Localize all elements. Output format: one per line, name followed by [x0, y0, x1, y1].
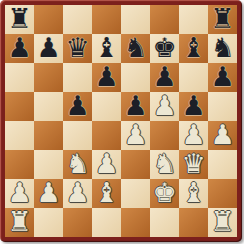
white-pawn-piece[interactable]: ♟: [152, 92, 176, 120]
square-a7[interactable]: ♟: [5, 34, 34, 63]
square-f4[interactable]: [150, 121, 179, 150]
square-c5[interactable]: ♟: [63, 92, 92, 121]
black-bishop-piece[interactable]: ♝: [94, 34, 118, 62]
black-pawn-piece[interactable]: ♟: [94, 63, 118, 91]
white-pawn-piece[interactable]: ♟: [123, 121, 147, 149]
square-a6[interactable]: [5, 63, 34, 92]
square-h1[interactable]: ♜: [208, 208, 237, 237]
square-h2[interactable]: [208, 179, 237, 208]
square-e6[interactable]: [121, 63, 150, 92]
black-knight-piece[interactable]: ♞: [123, 34, 147, 62]
square-e8[interactable]: [121, 5, 150, 34]
square-c4[interactable]: [63, 121, 92, 150]
square-d6[interactable]: ♟: [92, 63, 121, 92]
chessboard: ♜♜♟♟♛♝♞♚♝♞♟♟♟♟♟♟♟♟♟♟♞♟♞♛♟♟♟♝♚♝♜♜: [5, 5, 237, 237]
square-a2[interactable]: ♟: [5, 179, 34, 208]
white-knight-piece[interactable]: ♞: [65, 150, 89, 178]
square-f1[interactable]: [150, 208, 179, 237]
white-pawn-piece[interactable]: ♟: [7, 179, 31, 207]
square-c7[interactable]: ♛: [63, 34, 92, 63]
white-pawn-piece[interactable]: ♟: [94, 150, 118, 178]
square-e4[interactable]: ♟: [121, 121, 150, 150]
white-pawn-piece[interactable]: ♟: [36, 179, 60, 207]
square-b4[interactable]: [34, 121, 63, 150]
black-pawn-piece[interactable]: ♟: [152, 63, 176, 91]
square-e7[interactable]: ♞: [121, 34, 150, 63]
black-bishop-piece[interactable]: ♝: [181, 34, 205, 62]
black-rook-piece[interactable]: ♜: [7, 5, 31, 33]
square-f8[interactable]: [150, 5, 179, 34]
square-c2[interactable]: ♟: [63, 179, 92, 208]
square-b2[interactable]: ♟: [34, 179, 63, 208]
square-a8[interactable]: ♜: [5, 5, 34, 34]
square-c8[interactable]: [63, 5, 92, 34]
white-pawn-piece[interactable]: ♟: [210, 121, 234, 149]
square-a4[interactable]: [5, 121, 34, 150]
chessboard-frame: ♜♜♟♟♛♝♞♚♝♞♟♟♟♟♟♟♟♟♟♟♞♟♞♛♟♟♟♝♚♝♜♜: [0, 0, 242, 242]
square-a3[interactable]: [5, 150, 34, 179]
white-king-piece[interactable]: ♚: [152, 179, 176, 207]
square-g4[interactable]: ♟: [179, 121, 208, 150]
square-b6[interactable]: [34, 63, 63, 92]
square-f6[interactable]: ♟: [150, 63, 179, 92]
white-pawn-piece[interactable]: ♟: [65, 179, 89, 207]
black-knight-piece[interactable]: ♞: [210, 34, 234, 62]
white-bishop-piece[interactable]: ♝: [181, 179, 205, 207]
square-d5[interactable]: [92, 92, 121, 121]
square-h6[interactable]: ♟: [208, 63, 237, 92]
white-bishop-piece[interactable]: ♝: [94, 179, 118, 207]
square-c3[interactable]: ♞: [63, 150, 92, 179]
white-knight-piece[interactable]: ♞: [152, 150, 176, 178]
square-g3[interactable]: ♛: [179, 150, 208, 179]
square-d1[interactable]: [92, 208, 121, 237]
square-b3[interactable]: [34, 150, 63, 179]
square-g8[interactable]: [179, 5, 208, 34]
square-f3[interactable]: ♞: [150, 150, 179, 179]
square-e2[interactable]: [121, 179, 150, 208]
square-h7[interactable]: ♞: [208, 34, 237, 63]
square-f2[interactable]: ♚: [150, 179, 179, 208]
chess-diagram: ♜♜♟♟♛♝♞♚♝♞♟♟♟♟♟♟♟♟♟♟♞♟♞♛♟♟♟♝♚♝♜♜: [0, 0, 244, 244]
square-h3[interactable]: [208, 150, 237, 179]
square-d3[interactable]: ♟: [92, 150, 121, 179]
square-d7[interactable]: ♝: [92, 34, 121, 63]
square-g6[interactable]: [179, 63, 208, 92]
white-rook-piece[interactable]: ♜: [7, 208, 31, 236]
square-g2[interactable]: ♝: [179, 179, 208, 208]
square-h4[interactable]: ♟: [208, 121, 237, 150]
black-pawn-piece[interactable]: ♟: [123, 92, 147, 120]
black-rook-piece[interactable]: ♜: [210, 5, 234, 33]
square-a1[interactable]: ♜: [5, 208, 34, 237]
black-pawn-piece[interactable]: ♟: [65, 92, 89, 120]
black-queen-piece[interactable]: ♛: [65, 34, 89, 62]
square-b7[interactable]: ♟: [34, 34, 63, 63]
square-c1[interactable]: [63, 208, 92, 237]
square-e5[interactable]: ♟: [121, 92, 150, 121]
square-h8[interactable]: ♜: [208, 5, 237, 34]
black-king-piece[interactable]: ♚: [152, 34, 176, 62]
square-h5[interactable]: [208, 92, 237, 121]
square-b1[interactable]: [34, 208, 63, 237]
white-pawn-piece[interactable]: ♟: [181, 121, 205, 149]
square-b5[interactable]: [34, 92, 63, 121]
white-queen-piece[interactable]: ♛: [181, 150, 205, 178]
square-a5[interactable]: [5, 92, 34, 121]
square-d8[interactable]: [92, 5, 121, 34]
square-c6[interactable]: [63, 63, 92, 92]
square-d2[interactable]: ♝: [92, 179, 121, 208]
square-b8[interactable]: [34, 5, 63, 34]
square-f7[interactable]: ♚: [150, 34, 179, 63]
black-pawn-piece[interactable]: ♟: [181, 92, 205, 120]
black-pawn-piece[interactable]: ♟: [36, 34, 60, 62]
black-pawn-piece[interactable]: ♟: [7, 34, 31, 62]
square-f5[interactable]: ♟: [150, 92, 179, 121]
square-e1[interactable]: [121, 208, 150, 237]
square-e3[interactable]: [121, 150, 150, 179]
square-d4[interactable]: [92, 121, 121, 150]
white-rook-piece[interactable]: ♜: [210, 208, 234, 236]
square-g7[interactable]: ♝: [179, 34, 208, 63]
square-g5[interactable]: ♟: [179, 92, 208, 121]
square-g1[interactable]: [179, 208, 208, 237]
black-pawn-piece[interactable]: ♟: [210, 63, 234, 91]
